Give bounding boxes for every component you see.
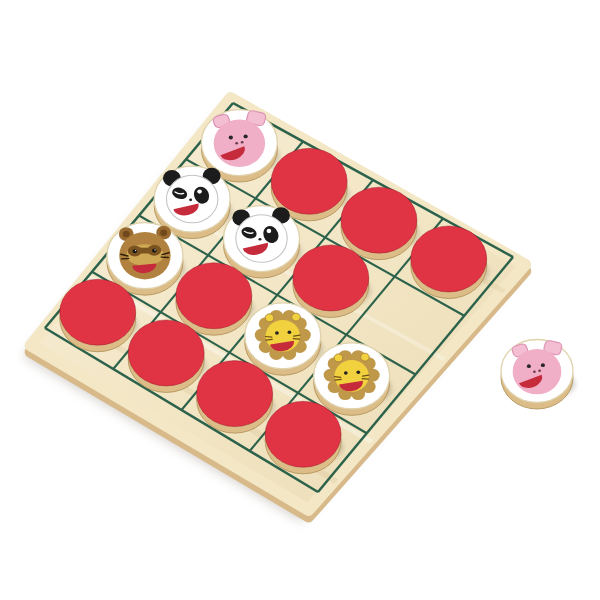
- disc-red-r0c3[interactable]: [411, 226, 489, 299]
- disc-red-r2c1[interactable]: [176, 263, 254, 336]
- loose-disc-pig[interactable]: [501, 340, 575, 410]
- disc-panda-r1c1[interactable]: [224, 206, 302, 279]
- disc-lion-r2c2[interactable]: [245, 303, 323, 376]
- disc-lion-r2c3[interactable]: [314, 343, 392, 416]
- disc-red-r0c2[interactable]: [341, 187, 419, 260]
- disc-red-r3c1[interactable]: [128, 320, 206, 393]
- disc-red-r1c2[interactable]: [293, 245, 371, 318]
- animal-othello-board: [0, 0, 600, 600]
- product-photo-scene: [0, 0, 600, 600]
- disc-red-r3c2[interactable]: [197, 361, 275, 434]
- tanuki-face-art: [119, 226, 171, 280]
- disc-red-r3c3[interactable]: [265, 401, 343, 474]
- disc-red-r3c0[interactable]: [60, 279, 138, 352]
